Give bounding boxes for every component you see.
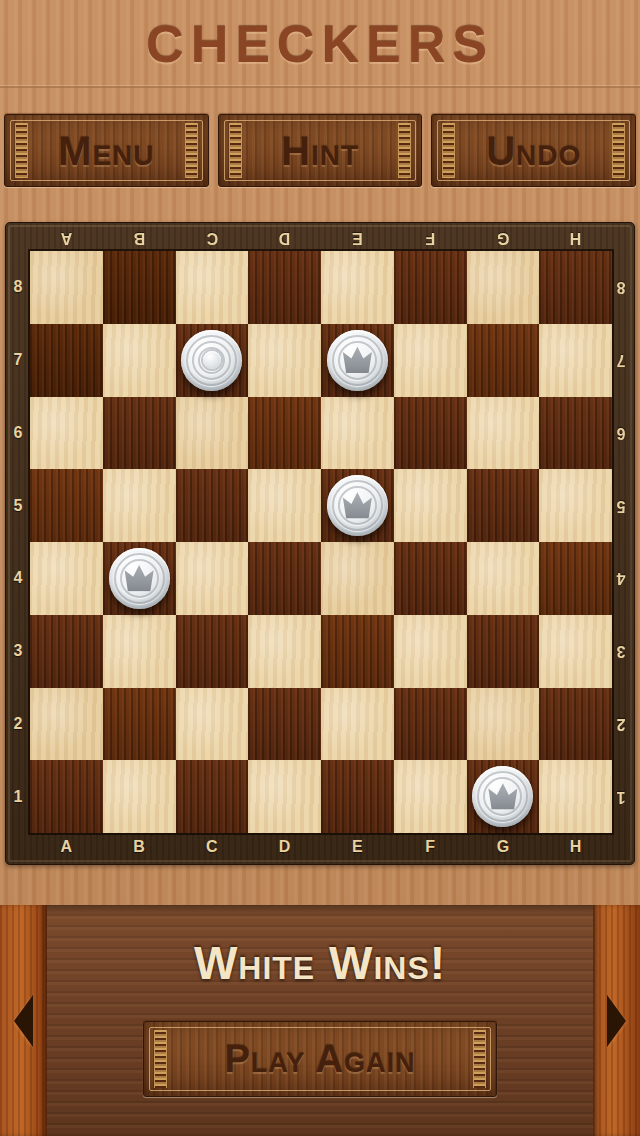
square-D7[interactable]	[248, 324, 321, 397]
rank-label-right-2: 2	[609, 715, 633, 733]
square-B6[interactable]	[103, 397, 176, 470]
rank-label-right-4: 4	[609, 569, 633, 587]
square-E3[interactable]	[321, 615, 394, 688]
file-label-bottom-H: H	[539, 838, 612, 856]
menu-button-label: Menu	[5, 116, 208, 186]
file-label-bottom-D: D	[248, 838, 321, 856]
undo-button[interactable]: Undo	[431, 114, 636, 187]
play-again-button-label: Play Again	[144, 1023, 496, 1096]
rank-labels-right: 87654321	[609, 251, 633, 833]
square-B4[interactable]	[103, 542, 176, 615]
square-C8[interactable]	[176, 251, 249, 324]
button-ornament-right	[185, 123, 198, 178]
piece-white-king-B4[interactable]	[109, 548, 170, 609]
file-labels-bottom: ABCDEFGH	[30, 831, 612, 862]
toolbar: Menu Hint Undo	[4, 114, 636, 187]
square-E5[interactable]	[321, 469, 394, 542]
result-panel: White Wins! Play Again	[0, 905, 640, 1136]
square-D3[interactable]	[248, 615, 321, 688]
square-A5[interactable]	[30, 469, 103, 542]
square-F2[interactable]	[394, 688, 467, 761]
square-A6[interactable]	[30, 397, 103, 470]
rank-label-left-3: 3	[6, 642, 30, 660]
square-D5[interactable]	[248, 469, 321, 542]
app-header: CHECKERS	[0, 0, 640, 88]
square-G7[interactable]	[467, 324, 540, 397]
rank-labels-left: 87654321	[6, 251, 30, 833]
square-A4[interactable]	[30, 542, 103, 615]
square-H8[interactable]	[539, 251, 612, 324]
rank-label-left-7: 7	[6, 351, 30, 369]
piece-white-king-G1[interactable]	[472, 766, 533, 827]
file-label-top-D: D	[248, 229, 321, 247]
square-A2[interactable]	[30, 688, 103, 761]
square-C1[interactable]	[176, 760, 249, 833]
play-again-button[interactable]: Play Again	[143, 1021, 497, 1097]
square-F6[interactable]	[394, 397, 467, 470]
rank-label-left-1: 1	[6, 788, 30, 806]
rank-label-right-1: 1	[609, 788, 633, 806]
piece-white-king-E7[interactable]	[327, 330, 388, 391]
file-label-bottom-G: G	[467, 838, 540, 856]
file-label-top-B: B	[103, 229, 176, 247]
app-title: CHECKERS	[0, 0, 640, 88]
left-arrow-icon	[14, 995, 33, 1047]
file-label-top-F: F	[394, 229, 467, 247]
square-F4[interactable]	[394, 542, 467, 615]
square-D8[interactable]	[248, 251, 321, 324]
rank-label-left-6: 6	[6, 424, 30, 442]
square-C5[interactable]	[176, 469, 249, 542]
square-H6[interactable]	[539, 397, 612, 470]
square-G6[interactable]	[467, 397, 540, 470]
square-C3[interactable]	[176, 615, 249, 688]
file-labels-top: ABCDEFGH	[30, 224, 612, 252]
file-label-top-H: H	[539, 229, 612, 247]
result-message: White Wins!	[194, 935, 446, 991]
square-F1[interactable]	[394, 760, 467, 833]
file-label-bottom-C: C	[176, 838, 249, 856]
file-label-bottom-A: A	[30, 838, 103, 856]
rank-label-right-7: 7	[609, 351, 633, 369]
square-E4[interactable]	[321, 542, 394, 615]
square-F3[interactable]	[394, 615, 467, 688]
file-label-bottom-E: E	[321, 838, 394, 856]
rank-label-left-2: 2	[6, 715, 30, 733]
menu-button[interactable]: Menu	[4, 114, 209, 187]
square-G1[interactable]	[467, 760, 540, 833]
file-label-bottom-F: F	[394, 838, 467, 856]
board-grid	[30, 251, 612, 833]
piece-white-king-E5[interactable]	[327, 475, 388, 536]
next-move-arrow-button[interactable]	[601, 989, 632, 1053]
rank-label-left-8: 8	[6, 278, 30, 296]
board: ABCDEFGH 87654321 87654321 ABCDEFGH	[5, 222, 635, 865]
square-A8[interactable]	[30, 251, 103, 324]
rank-label-right-3: 3	[609, 642, 633, 660]
square-H3[interactable]	[539, 615, 612, 688]
square-D4[interactable]	[248, 542, 321, 615]
rank-label-left-5: 5	[6, 497, 30, 515]
rank-label-right-8: 8	[609, 278, 633, 296]
square-H1[interactable]	[539, 760, 612, 833]
square-B5[interactable]	[103, 469, 176, 542]
square-D2[interactable]	[248, 688, 321, 761]
checkers-app-screen: CHECKERS Menu Hint Undo ABCDEFGH 8765432…	[0, 0, 640, 1136]
square-C4[interactable]	[176, 542, 249, 615]
right-arrow-icon	[607, 995, 626, 1047]
square-H5[interactable]	[539, 469, 612, 542]
button-ornament-right	[398, 123, 411, 178]
square-C7[interactable]	[176, 324, 249, 397]
square-F8[interactable]	[394, 251, 467, 324]
square-C2[interactable]	[176, 688, 249, 761]
piece-white-man-C7[interactable]	[181, 330, 242, 391]
hint-button-label: Hint	[219, 116, 422, 186]
square-A7[interactable]	[30, 324, 103, 397]
right-rail	[593, 905, 640, 1136]
square-E8[interactable]	[321, 251, 394, 324]
square-B7[interactable]	[103, 324, 176, 397]
square-B8[interactable]	[103, 251, 176, 324]
file-label-top-C: C	[176, 229, 249, 247]
file-label-top-G: G	[467, 229, 540, 247]
result-content: White Wins! Play Again	[47, 905, 593, 1136]
square-E1[interactable]	[321, 760, 394, 833]
square-C6[interactable]	[176, 397, 249, 470]
square-F5[interactable]	[394, 469, 467, 542]
square-H4[interactable]	[539, 542, 612, 615]
prev-move-arrow-button[interactable]	[8, 989, 39, 1053]
file-label-bottom-B: B	[103, 838, 176, 856]
square-A1[interactable]	[30, 760, 103, 833]
square-G2[interactable]	[467, 688, 540, 761]
square-B1[interactable]	[103, 760, 176, 833]
left-rail	[0, 905, 47, 1136]
hint-button[interactable]: Hint	[218, 114, 423, 187]
file-label-top-A: A	[30, 229, 103, 247]
file-label-top-E: E	[321, 229, 394, 247]
square-A3[interactable]	[30, 615, 103, 688]
piece-center	[203, 351, 221, 369]
rank-label-right-6: 6	[609, 424, 633, 442]
square-F7[interactable]	[394, 324, 467, 397]
square-G5[interactable]	[467, 469, 540, 542]
button-ornament-right	[473, 1030, 486, 1088]
square-G3[interactable]	[467, 615, 540, 688]
square-E7[interactable]	[321, 324, 394, 397]
square-G4[interactable]	[467, 542, 540, 615]
square-H2[interactable]	[539, 688, 612, 761]
square-B2[interactable]	[103, 688, 176, 761]
button-ornament-right	[612, 123, 625, 178]
square-B3[interactable]	[103, 615, 176, 688]
square-E6[interactable]	[321, 397, 394, 470]
square-D6[interactable]	[248, 397, 321, 470]
square-G8[interactable]	[467, 251, 540, 324]
rank-label-left-4: 4	[6, 569, 30, 587]
square-H7[interactable]	[539, 324, 612, 397]
rank-label-right-5: 5	[609, 497, 633, 515]
square-E2[interactable]	[321, 688, 394, 761]
square-D1[interactable]	[248, 760, 321, 833]
undo-button-label: Undo	[432, 116, 635, 186]
